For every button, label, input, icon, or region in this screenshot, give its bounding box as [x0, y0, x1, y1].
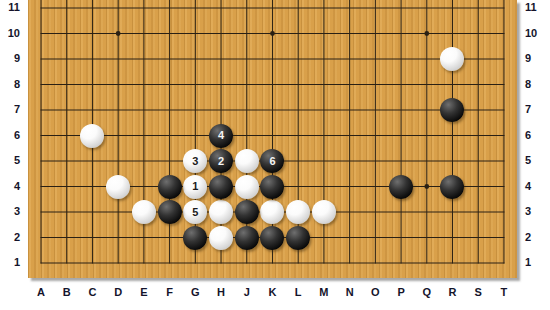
row-label-left-11: 11	[0, 1, 20, 15]
stone-white-D4[interactable]	[106, 175, 130, 199]
stone-white-G4[interactable]: 1	[183, 175, 207, 199]
stone-black-P4[interactable]	[389, 175, 413, 199]
go-board-diagram: 315426 ABCDEFGHJKLMNOPQRST11223344556677…	[0, 0, 550, 310]
row-label-left-4: 4	[0, 180, 20, 194]
column-label-H: H	[211, 286, 231, 300]
row-label-left-10: 10	[0, 27, 20, 41]
row-label-left-1: 1	[0, 256, 20, 270]
stone-black-K4[interactable]	[260, 175, 284, 199]
stone-black-F4[interactable]	[158, 175, 182, 199]
stone-black-F3[interactable]	[158, 200, 182, 224]
stone-black-J2[interactable]	[235, 226, 259, 250]
row-label-right-7: 7	[523, 103, 547, 117]
stone-black-L2[interactable]	[286, 226, 310, 250]
move-number-label: 6	[269, 156, 275, 167]
column-label-D: D	[108, 286, 128, 300]
stone-white-G5[interactable]: 3	[183, 149, 207, 173]
row-label-right-1: 1	[523, 256, 547, 270]
move-number-label: 1	[192, 181, 198, 192]
stone-white-H3[interactable]	[209, 200, 233, 224]
stone-black-H5[interactable]: 2	[209, 149, 233, 173]
stone-black-R4[interactable]	[440, 175, 464, 199]
column-label-B: B	[57, 286, 77, 300]
row-label-right-11: 11	[523, 1, 547, 15]
column-label-E: E	[134, 286, 154, 300]
stone-white-J4[interactable]	[235, 175, 259, 199]
stone-black-H6[interactable]: 4	[209, 124, 233, 148]
row-label-left-7: 7	[0, 103, 20, 117]
row-label-right-10: 10	[523, 27, 547, 41]
stone-black-K2[interactable]	[260, 226, 284, 250]
stone-white-C6[interactable]	[80, 124, 104, 148]
row-label-right-4: 4	[523, 180, 547, 194]
column-label-T: T	[494, 286, 514, 300]
move-number-label: 4	[218, 130, 224, 141]
column-label-R: R	[443, 286, 463, 300]
row-label-right-6: 6	[523, 129, 547, 143]
row-label-left-5: 5	[0, 154, 20, 168]
column-label-M: M	[314, 286, 334, 300]
row-label-right-3: 3	[523, 205, 547, 219]
stone-white-J5[interactable]	[235, 149, 259, 173]
stone-white-G3[interactable]: 5	[183, 200, 207, 224]
column-label-A: A	[31, 286, 51, 300]
column-label-J: J	[237, 286, 257, 300]
stone-black-K5[interactable]: 6	[260, 149, 284, 173]
stone-black-H4[interactable]	[209, 175, 233, 199]
column-label-F: F	[160, 286, 180, 300]
stone-white-L3[interactable]	[286, 200, 310, 224]
row-label-right-5: 5	[523, 154, 547, 168]
stone-white-H2[interactable]	[209, 226, 233, 250]
stone-white-M3[interactable]	[312, 200, 336, 224]
move-number-label: 3	[192, 156, 198, 167]
column-label-N: N	[340, 286, 360, 300]
row-label-right-8: 8	[523, 78, 547, 92]
row-label-left-3: 3	[0, 205, 20, 219]
column-label-O: O	[365, 286, 385, 300]
stone-white-R9[interactable]	[440, 47, 464, 71]
stone-black-G2[interactable]	[183, 226, 207, 250]
stone-white-K3[interactable]	[260, 200, 284, 224]
column-label-S: S	[468, 286, 488, 300]
column-label-C: C	[82, 286, 102, 300]
stone-white-E3[interactable]	[132, 200, 156, 224]
row-label-left-6: 6	[0, 129, 20, 143]
row-label-right-2: 2	[523, 231, 547, 245]
move-number-label: 5	[192, 207, 198, 218]
column-label-P: P	[391, 286, 411, 300]
column-label-Q: Q	[417, 286, 437, 300]
row-label-left-9: 9	[0, 52, 20, 66]
stones-layer: 315426	[28, 0, 517, 276]
move-number-label: 2	[218, 156, 224, 167]
stone-black-J3[interactable]	[235, 200, 259, 224]
stone-black-R7[interactable]	[440, 98, 464, 122]
row-label-left-8: 8	[0, 78, 20, 92]
row-label-right-9: 9	[523, 52, 547, 66]
column-label-K: K	[262, 286, 282, 300]
column-label-G: G	[185, 286, 205, 300]
row-label-left-2: 2	[0, 231, 20, 245]
column-label-L: L	[288, 286, 308, 300]
